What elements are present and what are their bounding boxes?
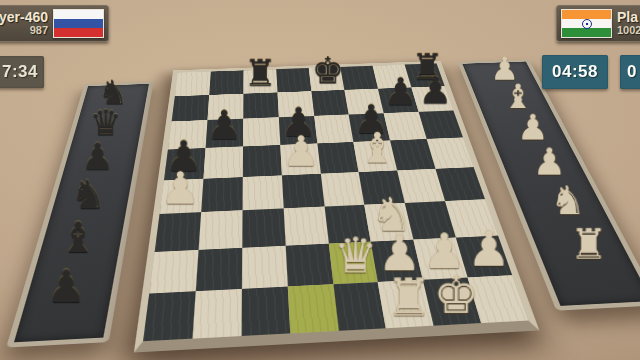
square-c7[interactable] (243, 92, 278, 119)
piece-white-queen[interactable]: ♛ (333, 232, 378, 281)
square-a2[interactable] (149, 250, 198, 294)
square-e4[interactable] (320, 172, 364, 207)
square-a7[interactable] (172, 95, 210, 122)
chess-app-screen: { "game": "chess", "view": "3d-perspecti… (0, 0, 640, 360)
square-e2[interactable]: ♛ (328, 241, 378, 284)
piece-black-pawn[interactable]: ♟ (206, 105, 243, 145)
square-h4[interactable] (435, 167, 485, 201)
player-left-rating: 987 (30, 25, 48, 37)
square-b6[interactable]: ♟ (205, 119, 243, 148)
square-c5[interactable] (243, 145, 282, 177)
piece-white-king[interactable]: ♚ (433, 270, 481, 322)
ashoka-chakra-icon (582, 19, 592, 29)
piece-black-rook[interactable]: ♜ (243, 55, 277, 92)
piece-white-rook[interactable]: ♜ (386, 272, 434, 324)
piece-white-pawn[interactable]: ♟ (281, 131, 320, 173)
captured-tray-black: ♞♛♟♞♝♟ (6, 82, 154, 348)
square-d2[interactable] (285, 243, 333, 286)
square-b1[interactable] (192, 289, 241, 338)
square-a4[interactable]: ♟ (160, 178, 204, 214)
captured-piece-black-pawn: ♟ (38, 264, 94, 309)
square-c1[interactable] (241, 287, 290, 336)
captured-piece-black-bishop: ♝ (52, 217, 104, 259)
square-c6[interactable] (243, 117, 280, 146)
square-f8[interactable] (341, 66, 378, 90)
square-b8[interactable] (209, 70, 243, 94)
square-d5[interactable]: ♟ (280, 143, 320, 175)
captured-piece-black-knight: ♞ (64, 175, 113, 214)
clock-left: 7:34 (0, 56, 44, 88)
square-a1[interactable] (143, 292, 196, 342)
russia-flag-icon (53, 9, 104, 38)
captured-piece-white-pawn: ♟ (526, 143, 572, 180)
square-e8[interactable]: ♚ (308, 67, 344, 91)
square-f1[interactable]: ♜ (378, 280, 434, 328)
india-flag-icon (561, 9, 612, 38)
square-h5[interactable] (427, 137, 474, 168)
piece-white-bishop[interactable]: ♝ (359, 128, 398, 170)
player-panel-left: yer-460 987 (0, 5, 109, 42)
square-e1[interactable] (333, 282, 386, 330)
square-d4[interactable] (282, 173, 325, 208)
clock-right-edge: 0 (620, 55, 640, 89)
square-a8[interactable] (175, 72, 211, 97)
square-h6[interactable] (419, 111, 463, 139)
square-f5[interactable]: ♝ (354, 140, 398, 171)
captured-piece-white-knight: ♞ (543, 181, 592, 221)
square-b5[interactable] (203, 146, 242, 178)
clock-right: 04:58 (542, 55, 608, 89)
player-right-name: Pla (617, 10, 640, 25)
square-c8[interactable]: ♜ (243, 69, 277, 93)
piece-white-pawn[interactable]: ♟ (160, 167, 201, 211)
captured-piece-black-pawn: ♟ (74, 138, 120, 175)
square-b2[interactable] (196, 248, 242, 292)
piece-black-pawn[interactable]: ♟ (418, 72, 453, 110)
board-scene: ♞♛♟♞♝♟ ♜♚♜♟♟♟♟♟♟♟♝♟♞♛♟♟♟♜♚ ♟♝♟♟♞♜ (134, 61, 539, 353)
square-b4[interactable] (201, 177, 243, 212)
square-d3[interactable] (283, 207, 328, 246)
square-a3[interactable] (155, 212, 201, 252)
square-c2[interactable] (242, 246, 288, 290)
piece-black-king[interactable]: ♚ (311, 53, 345, 89)
square-g5[interactable] (390, 139, 435, 170)
captured-piece-white-rook: ♜ (563, 223, 616, 265)
square-e5[interactable] (317, 142, 359, 174)
player-left-name: yer-460 (0, 10, 48, 25)
square-c3[interactable] (242, 209, 285, 248)
player-panel-right: Pla 1002 (556, 5, 640, 42)
square-d8[interactable] (276, 68, 311, 92)
square-b3[interactable] (198, 210, 242, 249)
player-right-rating: 1002 (617, 25, 640, 37)
square-c4[interactable] (242, 175, 283, 210)
square-d1[interactable] (287, 285, 338, 334)
